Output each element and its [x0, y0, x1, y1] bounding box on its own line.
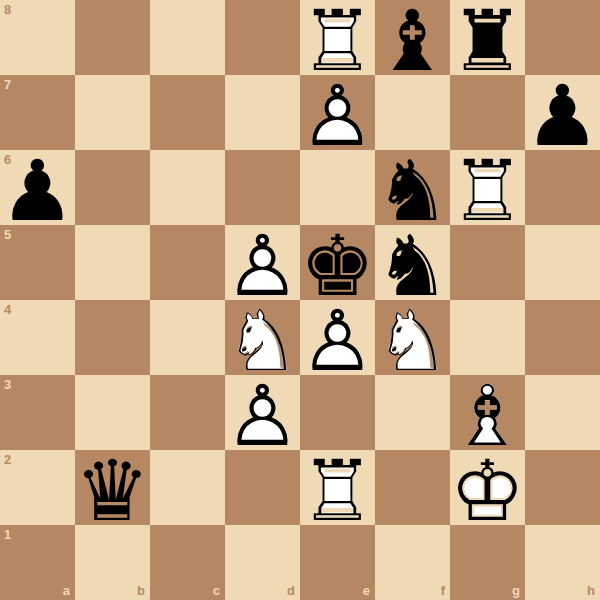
square-b4[interactable]	[75, 300, 150, 375]
rank-label-5: 5	[4, 227, 11, 242]
square-h8[interactable]	[525, 0, 600, 75]
rank-label-3: 3	[4, 377, 11, 392]
file-label-b: b	[137, 583, 145, 598]
square-d3[interactable]: ♟♙	[225, 375, 300, 450]
square-g2[interactable]: ♚♔	[450, 450, 525, 525]
piece-fill: ♜	[450, 3, 525, 78]
file-label-e: e	[363, 583, 370, 598]
rank-label-7: 7	[4, 77, 11, 92]
square-e2[interactable]: ♜♖	[300, 450, 375, 525]
file-label-d: d	[287, 583, 295, 598]
square-a7[interactable]: 7	[0, 75, 75, 150]
square-c4[interactable]	[150, 300, 225, 375]
square-a2[interactable]: 2	[0, 450, 75, 525]
square-e6[interactable]	[300, 150, 375, 225]
square-a1[interactable]: 1a	[0, 525, 75, 600]
black-bishop-icon[interactable]: ♝	[375, 3, 450, 78]
square-d5[interactable]: ♟♙	[225, 225, 300, 300]
black-pawn-icon[interactable]: ♟	[0, 153, 75, 228]
square-b3[interactable]	[75, 375, 150, 450]
square-e8[interactable]: ♜♖	[300, 0, 375, 75]
file-label-f: f	[441, 583, 445, 598]
piece-fill: ♟	[0, 153, 75, 228]
square-g4[interactable]	[450, 300, 525, 375]
black-queen-icon[interactable]: ♛	[75, 453, 150, 528]
square-b2[interactable]: ♛	[75, 450, 150, 525]
square-f2[interactable]	[375, 450, 450, 525]
square-h3[interactable]	[525, 375, 600, 450]
file-label-a: a	[63, 583, 70, 598]
square-f3[interactable]	[375, 375, 450, 450]
square-b7[interactable]	[75, 75, 150, 150]
rank-label-2: 2	[4, 452, 11, 467]
square-d6[interactable]	[225, 150, 300, 225]
black-pawn-icon[interactable]: ♟	[525, 78, 600, 153]
file-label-g: g	[512, 583, 520, 598]
square-d4[interactable]: ♞♘	[225, 300, 300, 375]
piece-outline: ♖	[450, 153, 525, 228]
square-a8[interactable]: 8	[0, 0, 75, 75]
square-c3[interactable]	[150, 375, 225, 450]
square-b5[interactable]	[75, 225, 150, 300]
square-d2[interactable]	[225, 450, 300, 525]
square-h7[interactable]: ♟	[525, 75, 600, 150]
square-c2[interactable]	[150, 450, 225, 525]
piece-outline: ♖	[300, 453, 375, 528]
square-a3[interactable]: 3	[0, 375, 75, 450]
square-c6[interactable]	[150, 150, 225, 225]
square-d1[interactable]: d	[225, 525, 300, 600]
white-knight-icon[interactable]: ♞♘	[375, 303, 450, 378]
square-f5[interactable]: ♞	[375, 225, 450, 300]
rank-label-4: 4	[4, 302, 11, 317]
square-h6[interactable]	[525, 150, 600, 225]
square-h4[interactable]	[525, 300, 600, 375]
square-e3[interactable]	[300, 375, 375, 450]
file-label-h: h	[587, 583, 595, 598]
piece-outline: ♘	[375, 303, 450, 378]
square-h1[interactable]: h	[525, 525, 600, 600]
square-g3[interactable]: ♝♗	[450, 375, 525, 450]
white-pawn-icon[interactable]: ♟♙	[300, 78, 375, 153]
square-g7[interactable]	[450, 75, 525, 150]
piece-fill: ♝	[375, 3, 450, 78]
white-rook-icon[interactable]: ♜♖	[450, 153, 525, 228]
square-e5[interactable]: ♚	[300, 225, 375, 300]
square-d7[interactable]	[225, 75, 300, 150]
square-c1[interactable]: c	[150, 525, 225, 600]
square-a6[interactable]: 6♟	[0, 150, 75, 225]
piece-outline: ♙	[300, 303, 375, 378]
piece-outline: ♔	[450, 453, 525, 528]
square-h2[interactable]	[525, 450, 600, 525]
square-b8[interactable]	[75, 0, 150, 75]
square-e1[interactable]: e	[300, 525, 375, 600]
rank-label-8: 8	[4, 2, 11, 17]
square-f7[interactable]	[375, 75, 450, 150]
black-rook-icon[interactable]: ♜	[450, 3, 525, 78]
white-pawn-icon[interactable]: ♟♙	[300, 303, 375, 378]
square-g8[interactable]: ♜	[450, 0, 525, 75]
piece-outline: ♙	[225, 378, 300, 453]
square-c8[interactable]	[150, 0, 225, 75]
chess-board: 8♜♖♝♜7♟♙♟6♟♞♜♖5♟♙♚♞4♞♘♟♙♞♘3♟♙♝♗2♛♜♖♚♔1ab…	[0, 0, 600, 600]
square-d8[interactable]	[225, 0, 300, 75]
square-f4[interactable]: ♞♘	[375, 300, 450, 375]
square-e7[interactable]: ♟♙	[300, 75, 375, 150]
square-f1[interactable]: f	[375, 525, 450, 600]
square-f6[interactable]: ♞	[375, 150, 450, 225]
square-f8[interactable]: ♝	[375, 0, 450, 75]
square-g1[interactable]: g	[450, 525, 525, 600]
square-b6[interactable]	[75, 150, 150, 225]
square-g5[interactable]	[450, 225, 525, 300]
square-c7[interactable]	[150, 75, 225, 150]
square-e4[interactable]: ♟♙	[300, 300, 375, 375]
square-a5[interactable]: 5	[0, 225, 75, 300]
square-c5[interactable]	[150, 225, 225, 300]
piece-fill: ♟	[525, 78, 600, 153]
square-a4[interactable]: 4	[0, 300, 75, 375]
piece-outline: ♙	[300, 78, 375, 153]
white-rook-icon[interactable]: ♜♖	[300, 453, 375, 528]
piece-fill: ♛	[75, 453, 150, 528]
rank-label-1: 1	[4, 527, 11, 542]
file-label-c: c	[213, 583, 220, 598]
white-pawn-icon[interactable]: ♟♙	[225, 378, 300, 453]
square-b1[interactable]: b	[75, 525, 150, 600]
white-king-icon[interactable]: ♚♔	[450, 453, 525, 528]
square-h5[interactable]	[525, 225, 600, 300]
square-g6[interactable]: ♜♖	[450, 150, 525, 225]
